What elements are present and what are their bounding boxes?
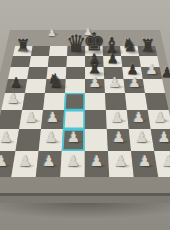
white-pawn-b3[interactable]: ♟ bbox=[25, 110, 38, 124]
white-pawn-e5[interactable]: ♟ bbox=[89, 76, 101, 90]
white-pawn-a1[interactable]: ♟ bbox=[0, 154, 8, 169]
white-pawn-f2[interactable]: ♟ bbox=[112, 130, 125, 144]
white-pawn-g2[interactable]: ♟ bbox=[135, 130, 148, 144]
pieces: ♜♛♚♝♞♜♟♟♝♟♟♟♞♟♟♟♟♟♟♟♟♟♟♟♟♟♟♟♟♟♟♟♟♟♟♟♟♟♟ bbox=[0, 0, 170, 230]
captured-black-pawn-right-edge: ♟ bbox=[161, 65, 170, 79]
black-pawn-a5[interactable]: ♟ bbox=[10, 76, 22, 90]
black-knight-c5[interactable]: ♞ bbox=[47, 71, 64, 90]
white-pawn-e1[interactable]: ♟ bbox=[90, 154, 103, 169]
black-pawn-f7[interactable]: ♟ bbox=[107, 52, 119, 65]
white-pawn-h3[interactable]: ♟ bbox=[154, 110, 167, 124]
white-pawn-d1[interactable]: ♟ bbox=[66, 154, 79, 169]
white-pawn-g3[interactable]: ♟ bbox=[132, 110, 145, 124]
white-pawn-h6[interactable]: ♟ bbox=[145, 63, 157, 76]
white-pawn-d2[interactable]: ♟ bbox=[67, 130, 80, 144]
white-pawn-f1[interactable]: ♟ bbox=[114, 154, 127, 169]
black-rook-h8[interactable]: ♜ bbox=[140, 38, 155, 55]
white-pawn-a4[interactable]: ♟ bbox=[7, 92, 19, 106]
white-pawn-f5[interactable]: ♟ bbox=[108, 76, 120, 90]
white-pawn-g1[interactable]: ♟ bbox=[138, 154, 151, 169]
white-pawn-c2[interactable]: ♟ bbox=[44, 130, 57, 144]
captured-white-pawn-1: ♟ bbox=[48, 28, 57, 38]
white-pawn-h2[interactable]: ♟ bbox=[158, 130, 170, 144]
white-pawn-c3[interactable]: ♟ bbox=[46, 110, 59, 124]
white-pawn-a2[interactable]: ♟ bbox=[0, 130, 12, 144]
black-knight-g8[interactable]: ♞ bbox=[121, 36, 138, 54]
white-pawn-b1[interactable]: ♟ bbox=[18, 154, 31, 169]
white-pawn-f3[interactable]: ♟ bbox=[111, 110, 124, 124]
white-pawn-g5[interactable]: ♟ bbox=[128, 76, 140, 90]
chess-3d-board-view: ♜♛♚♝♞♜♟♟♝♟♟♟♞♟♟♟♟♟♟♟♟♟♟♟♟♟♟♟♟♟♟♟♟♟♟♟♟♟♟ bbox=[0, 0, 170, 230]
white-pawn-c1[interactable]: ♟ bbox=[42, 154, 55, 169]
white-pawn-h1[interactable]: ♟ bbox=[162, 154, 170, 169]
black-rook-a8[interactable]: ♜ bbox=[15, 38, 30, 55]
